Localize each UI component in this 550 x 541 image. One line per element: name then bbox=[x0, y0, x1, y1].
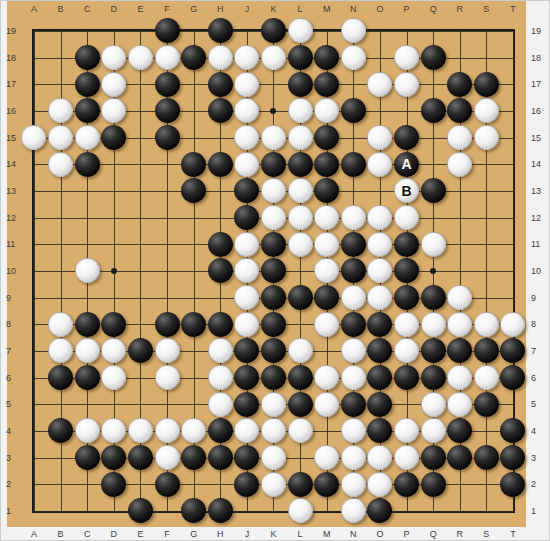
point-B15[interactable] bbox=[47, 124, 74, 151]
point-R2[interactable] bbox=[446, 471, 473, 498]
point-S14[interactable] bbox=[473, 151, 500, 178]
point-A1[interactable] bbox=[21, 497, 48, 524]
point-M12[interactable] bbox=[313, 204, 340, 231]
point-Q19[interactable] bbox=[420, 18, 447, 45]
point-S8[interactable] bbox=[473, 311, 500, 338]
point-R1[interactable] bbox=[446, 497, 473, 524]
point-Q8[interactable] bbox=[420, 311, 447, 338]
point-E4[interactable] bbox=[127, 417, 154, 444]
point-F7[interactable] bbox=[154, 338, 181, 365]
point-B16[interactable] bbox=[47, 98, 74, 125]
point-M1[interactable] bbox=[313, 497, 340, 524]
point-S13[interactable] bbox=[473, 178, 500, 205]
point-L18[interactable] bbox=[287, 44, 314, 71]
point-P3[interactable] bbox=[393, 444, 420, 471]
point-K11[interactable] bbox=[260, 231, 287, 258]
point-G8[interactable] bbox=[180, 311, 207, 338]
point-E9[interactable] bbox=[127, 284, 154, 311]
point-A6[interactable] bbox=[21, 364, 48, 391]
point-F18[interactable] bbox=[154, 44, 181, 71]
point-B5[interactable] bbox=[47, 391, 74, 418]
point-Q17[interactable] bbox=[420, 71, 447, 98]
point-O8[interactable] bbox=[367, 311, 394, 338]
point-K7[interactable] bbox=[260, 338, 287, 365]
point-C9[interactable] bbox=[74, 284, 101, 311]
point-M17[interactable] bbox=[313, 71, 340, 98]
point-O14[interactable] bbox=[367, 151, 394, 178]
point-F1[interactable] bbox=[154, 497, 181, 524]
point-D14[interactable] bbox=[101, 151, 128, 178]
point-T8[interactable] bbox=[500, 311, 527, 338]
point-E19[interactable] bbox=[127, 18, 154, 45]
point-L15[interactable] bbox=[287, 124, 314, 151]
point-L19[interactable] bbox=[287, 18, 314, 45]
point-D8[interactable] bbox=[101, 311, 128, 338]
point-Q12[interactable] bbox=[420, 204, 447, 231]
point-H11[interactable] bbox=[207, 231, 234, 258]
point-G16[interactable] bbox=[180, 98, 207, 125]
point-R19[interactable] bbox=[446, 18, 473, 45]
point-C14[interactable] bbox=[74, 151, 101, 178]
point-F5[interactable] bbox=[154, 391, 181, 418]
point-S1[interactable] bbox=[473, 497, 500, 524]
point-A8[interactable] bbox=[21, 311, 48, 338]
point-H17[interactable] bbox=[207, 71, 234, 98]
point-N17[interactable] bbox=[340, 71, 367, 98]
point-R13[interactable] bbox=[446, 178, 473, 205]
point-G10[interactable] bbox=[180, 258, 207, 285]
point-K9[interactable] bbox=[260, 284, 287, 311]
point-O11[interactable] bbox=[367, 231, 394, 258]
point-O18[interactable] bbox=[367, 44, 394, 71]
point-N7[interactable] bbox=[340, 338, 367, 365]
point-T13[interactable] bbox=[500, 178, 527, 205]
point-E13[interactable] bbox=[127, 178, 154, 205]
point-R18[interactable] bbox=[446, 44, 473, 71]
point-P14[interactable]: A bbox=[393, 151, 420, 178]
point-J3[interactable] bbox=[234, 444, 261, 471]
point-B14[interactable] bbox=[47, 151, 74, 178]
point-F4[interactable] bbox=[154, 417, 181, 444]
point-P10[interactable] bbox=[393, 258, 420, 285]
point-F2[interactable] bbox=[154, 471, 181, 498]
point-Q7[interactable] bbox=[420, 338, 447, 365]
point-C1[interactable] bbox=[74, 497, 101, 524]
point-L13[interactable] bbox=[287, 178, 314, 205]
point-S6[interactable] bbox=[473, 364, 500, 391]
point-T9[interactable] bbox=[500, 284, 527, 311]
point-M7[interactable] bbox=[313, 338, 340, 365]
point-M6[interactable] bbox=[313, 364, 340, 391]
point-R5[interactable] bbox=[446, 391, 473, 418]
point-T17[interactable] bbox=[500, 71, 527, 98]
point-P1[interactable] bbox=[393, 497, 420, 524]
point-A7[interactable] bbox=[21, 338, 48, 365]
point-C18[interactable] bbox=[74, 44, 101, 71]
point-O3[interactable] bbox=[367, 444, 394, 471]
point-J16[interactable] bbox=[234, 98, 261, 125]
point-M2[interactable] bbox=[313, 471, 340, 498]
point-D9[interactable] bbox=[101, 284, 128, 311]
point-E2[interactable] bbox=[127, 471, 154, 498]
point-D16[interactable] bbox=[101, 98, 128, 125]
point-M13[interactable] bbox=[313, 178, 340, 205]
point-M10[interactable] bbox=[313, 258, 340, 285]
point-F17[interactable] bbox=[154, 71, 181, 98]
point-O16[interactable] bbox=[367, 98, 394, 125]
point-O19[interactable] bbox=[367, 18, 394, 45]
point-Q3[interactable] bbox=[420, 444, 447, 471]
point-P5[interactable] bbox=[393, 391, 420, 418]
point-H6[interactable] bbox=[207, 364, 234, 391]
point-Q1[interactable] bbox=[420, 497, 447, 524]
point-L3[interactable] bbox=[287, 444, 314, 471]
point-C4[interactable] bbox=[74, 417, 101, 444]
point-G6[interactable] bbox=[180, 364, 207, 391]
point-J11[interactable] bbox=[234, 231, 261, 258]
point-S9[interactable] bbox=[473, 284, 500, 311]
point-D12[interactable] bbox=[101, 204, 128, 231]
point-L12[interactable] bbox=[287, 204, 314, 231]
point-R16[interactable] bbox=[446, 98, 473, 125]
point-E17[interactable] bbox=[127, 71, 154, 98]
point-B7[interactable] bbox=[47, 338, 74, 365]
point-H3[interactable] bbox=[207, 444, 234, 471]
point-G4[interactable] bbox=[180, 417, 207, 444]
point-R17[interactable] bbox=[446, 71, 473, 98]
point-F19[interactable] bbox=[154, 18, 181, 45]
point-T5[interactable] bbox=[500, 391, 527, 418]
point-J12[interactable] bbox=[234, 204, 261, 231]
point-E8[interactable] bbox=[127, 311, 154, 338]
point-B3[interactable] bbox=[47, 444, 74, 471]
point-K17[interactable] bbox=[260, 71, 287, 98]
point-B2[interactable] bbox=[47, 471, 74, 498]
point-C15[interactable] bbox=[74, 124, 101, 151]
point-R8[interactable] bbox=[446, 311, 473, 338]
point-K6[interactable] bbox=[260, 364, 287, 391]
point-T12[interactable] bbox=[500, 204, 527, 231]
point-H12[interactable] bbox=[207, 204, 234, 231]
point-Q6[interactable] bbox=[420, 364, 447, 391]
point-D15[interactable] bbox=[101, 124, 128, 151]
point-B12[interactable] bbox=[47, 204, 74, 231]
point-D7[interactable] bbox=[101, 338, 128, 365]
point-C17[interactable] bbox=[74, 71, 101, 98]
point-C19[interactable] bbox=[74, 18, 101, 45]
point-K2[interactable] bbox=[260, 471, 287, 498]
point-T7[interactable] bbox=[500, 338, 527, 365]
point-E5[interactable] bbox=[127, 391, 154, 418]
point-G15[interactable] bbox=[180, 124, 207, 151]
point-O10[interactable] bbox=[367, 258, 394, 285]
point-K13[interactable] bbox=[260, 178, 287, 205]
point-N6[interactable] bbox=[340, 364, 367, 391]
point-P17[interactable] bbox=[393, 71, 420, 98]
point-P16[interactable] bbox=[393, 98, 420, 125]
point-N8[interactable] bbox=[340, 311, 367, 338]
point-R3[interactable] bbox=[446, 444, 473, 471]
point-Q13[interactable] bbox=[420, 178, 447, 205]
point-J17[interactable] bbox=[234, 71, 261, 98]
point-T10[interactable] bbox=[500, 258, 527, 285]
point-G3[interactable] bbox=[180, 444, 207, 471]
point-J9[interactable] bbox=[234, 284, 261, 311]
point-M16[interactable] bbox=[313, 98, 340, 125]
point-R15[interactable] bbox=[446, 124, 473, 151]
point-E14[interactable] bbox=[127, 151, 154, 178]
point-E7[interactable] bbox=[127, 338, 154, 365]
point-C16[interactable] bbox=[74, 98, 101, 125]
point-A3[interactable] bbox=[21, 444, 48, 471]
point-N19[interactable] bbox=[340, 18, 367, 45]
point-P8[interactable] bbox=[393, 311, 420, 338]
point-G17[interactable] bbox=[180, 71, 207, 98]
point-G2[interactable] bbox=[180, 471, 207, 498]
point-G7[interactable] bbox=[180, 338, 207, 365]
point-L14[interactable] bbox=[287, 151, 314, 178]
point-T15[interactable] bbox=[500, 124, 527, 151]
point-T6[interactable] bbox=[500, 364, 527, 391]
point-J2[interactable] bbox=[234, 471, 261, 498]
point-J13[interactable] bbox=[234, 178, 261, 205]
point-H19[interactable] bbox=[207, 18, 234, 45]
point-K18[interactable] bbox=[260, 44, 287, 71]
point-P12[interactable] bbox=[393, 204, 420, 231]
point-L6[interactable] bbox=[287, 364, 314, 391]
point-F14[interactable] bbox=[154, 151, 181, 178]
point-M8[interactable] bbox=[313, 311, 340, 338]
point-T4[interactable] bbox=[500, 417, 527, 444]
point-K1[interactable] bbox=[260, 497, 287, 524]
point-A10[interactable] bbox=[21, 258, 48, 285]
point-R4[interactable] bbox=[446, 417, 473, 444]
point-K3[interactable] bbox=[260, 444, 287, 471]
point-T11[interactable] bbox=[500, 231, 527, 258]
point-E15[interactable] bbox=[127, 124, 154, 151]
point-N12[interactable] bbox=[340, 204, 367, 231]
point-Q14[interactable] bbox=[420, 151, 447, 178]
point-A12[interactable] bbox=[21, 204, 48, 231]
point-S15[interactable] bbox=[473, 124, 500, 151]
point-H1[interactable] bbox=[207, 497, 234, 524]
point-Q16[interactable] bbox=[420, 98, 447, 125]
point-R6[interactable] bbox=[446, 364, 473, 391]
point-H10[interactable] bbox=[207, 258, 234, 285]
point-A9[interactable] bbox=[21, 284, 48, 311]
point-F15[interactable] bbox=[154, 124, 181, 151]
point-G18[interactable] bbox=[180, 44, 207, 71]
point-C7[interactable] bbox=[74, 338, 101, 365]
point-S18[interactable] bbox=[473, 44, 500, 71]
point-D5[interactable] bbox=[101, 391, 128, 418]
point-S3[interactable] bbox=[473, 444, 500, 471]
point-H18[interactable] bbox=[207, 44, 234, 71]
point-C13[interactable] bbox=[74, 178, 101, 205]
point-K15[interactable] bbox=[260, 124, 287, 151]
point-N14[interactable] bbox=[340, 151, 367, 178]
point-N4[interactable] bbox=[340, 417, 367, 444]
point-O12[interactable] bbox=[367, 204, 394, 231]
point-G9[interactable] bbox=[180, 284, 207, 311]
point-C2[interactable] bbox=[74, 471, 101, 498]
point-F9[interactable] bbox=[154, 284, 181, 311]
point-Q9[interactable] bbox=[420, 284, 447, 311]
point-D6[interactable] bbox=[101, 364, 128, 391]
point-M15[interactable] bbox=[313, 124, 340, 151]
point-S11[interactable] bbox=[473, 231, 500, 258]
point-N2[interactable] bbox=[340, 471, 367, 498]
point-E3[interactable] bbox=[127, 444, 154, 471]
point-B8[interactable] bbox=[47, 311, 74, 338]
point-O1[interactable] bbox=[367, 497, 394, 524]
point-J1[interactable] bbox=[234, 497, 261, 524]
point-Q4[interactable] bbox=[420, 417, 447, 444]
point-A17[interactable] bbox=[21, 71, 48, 98]
point-L16[interactable] bbox=[287, 98, 314, 125]
point-G13[interactable] bbox=[180, 178, 207, 205]
point-J4[interactable] bbox=[234, 417, 261, 444]
point-J15[interactable] bbox=[234, 124, 261, 151]
point-O15[interactable] bbox=[367, 124, 394, 151]
point-E1[interactable] bbox=[127, 497, 154, 524]
point-T18[interactable] bbox=[500, 44, 527, 71]
point-J18[interactable] bbox=[234, 44, 261, 71]
point-D17[interactable] bbox=[101, 71, 128, 98]
point-F10[interactable] bbox=[154, 258, 181, 285]
point-L10[interactable] bbox=[287, 258, 314, 285]
point-A11[interactable] bbox=[21, 231, 48, 258]
point-N1[interactable] bbox=[340, 497, 367, 524]
point-K8[interactable] bbox=[260, 311, 287, 338]
point-A13[interactable] bbox=[21, 178, 48, 205]
point-M11[interactable] bbox=[313, 231, 340, 258]
point-F6[interactable] bbox=[154, 364, 181, 391]
point-O13[interactable] bbox=[367, 178, 394, 205]
point-L11[interactable] bbox=[287, 231, 314, 258]
point-K5[interactable] bbox=[260, 391, 287, 418]
point-N16[interactable] bbox=[340, 98, 367, 125]
point-P2[interactable] bbox=[393, 471, 420, 498]
point-O5[interactable] bbox=[367, 391, 394, 418]
point-R12[interactable] bbox=[446, 204, 473, 231]
point-H13[interactable] bbox=[207, 178, 234, 205]
point-A18[interactable] bbox=[21, 44, 48, 71]
point-R9[interactable] bbox=[446, 284, 473, 311]
point-H16[interactable] bbox=[207, 98, 234, 125]
point-H8[interactable] bbox=[207, 311, 234, 338]
point-E6[interactable] bbox=[127, 364, 154, 391]
point-B19[interactable] bbox=[47, 18, 74, 45]
point-M14[interactable] bbox=[313, 151, 340, 178]
point-D10[interactable] bbox=[101, 258, 128, 285]
point-T19[interactable] bbox=[500, 18, 527, 45]
point-C8[interactable] bbox=[74, 311, 101, 338]
point-M19[interactable] bbox=[313, 18, 340, 45]
point-S12[interactable] bbox=[473, 204, 500, 231]
point-L17[interactable] bbox=[287, 71, 314, 98]
point-G12[interactable] bbox=[180, 204, 207, 231]
point-S5[interactable] bbox=[473, 391, 500, 418]
point-F3[interactable] bbox=[154, 444, 181, 471]
point-K10[interactable] bbox=[260, 258, 287, 285]
point-D1[interactable] bbox=[101, 497, 128, 524]
point-A19[interactable] bbox=[21, 18, 48, 45]
point-M4[interactable] bbox=[313, 417, 340, 444]
point-J8[interactable] bbox=[234, 311, 261, 338]
point-B1[interactable] bbox=[47, 497, 74, 524]
point-P13[interactable]: B bbox=[393, 178, 420, 205]
point-H5[interactable] bbox=[207, 391, 234, 418]
point-L5[interactable] bbox=[287, 391, 314, 418]
point-S2[interactable] bbox=[473, 471, 500, 498]
point-P11[interactable] bbox=[393, 231, 420, 258]
point-O17[interactable] bbox=[367, 71, 394, 98]
point-E12[interactable] bbox=[127, 204, 154, 231]
point-C6[interactable] bbox=[74, 364, 101, 391]
point-P18[interactable] bbox=[393, 44, 420, 71]
point-E10[interactable] bbox=[127, 258, 154, 285]
point-D19[interactable] bbox=[101, 18, 128, 45]
point-P4[interactable] bbox=[393, 417, 420, 444]
point-M18[interactable] bbox=[313, 44, 340, 71]
point-O6[interactable] bbox=[367, 364, 394, 391]
point-P15[interactable] bbox=[393, 124, 420, 151]
point-N18[interactable] bbox=[340, 44, 367, 71]
point-S17[interactable] bbox=[473, 71, 500, 98]
point-K4[interactable] bbox=[260, 417, 287, 444]
point-H4[interactable] bbox=[207, 417, 234, 444]
point-L9[interactable] bbox=[287, 284, 314, 311]
point-M5[interactable] bbox=[313, 391, 340, 418]
point-B9[interactable] bbox=[47, 284, 74, 311]
point-R14[interactable] bbox=[446, 151, 473, 178]
point-O7[interactable] bbox=[367, 338, 394, 365]
point-C10[interactable] bbox=[74, 258, 101, 285]
point-P9[interactable] bbox=[393, 284, 420, 311]
point-B17[interactable] bbox=[47, 71, 74, 98]
point-R11[interactable] bbox=[446, 231, 473, 258]
point-T1[interactable] bbox=[500, 497, 527, 524]
point-G1[interactable] bbox=[180, 497, 207, 524]
point-S10[interactable] bbox=[473, 258, 500, 285]
point-J19[interactable] bbox=[234, 18, 261, 45]
point-O9[interactable] bbox=[367, 284, 394, 311]
point-R7[interactable] bbox=[446, 338, 473, 365]
point-K14[interactable] bbox=[260, 151, 287, 178]
point-P19[interactable] bbox=[393, 18, 420, 45]
point-Q18[interactable] bbox=[420, 44, 447, 71]
point-N5[interactable] bbox=[340, 391, 367, 418]
point-C12[interactable] bbox=[74, 204, 101, 231]
point-J6[interactable] bbox=[234, 364, 261, 391]
point-T16[interactable] bbox=[500, 98, 527, 125]
point-Q10[interactable] bbox=[420, 258, 447, 285]
point-H15[interactable] bbox=[207, 124, 234, 151]
point-Q5[interactable] bbox=[420, 391, 447, 418]
point-E11[interactable] bbox=[127, 231, 154, 258]
point-N11[interactable] bbox=[340, 231, 367, 258]
point-B10[interactable] bbox=[47, 258, 74, 285]
point-L8[interactable] bbox=[287, 311, 314, 338]
point-G5[interactable] bbox=[180, 391, 207, 418]
point-K19[interactable] bbox=[260, 18, 287, 45]
point-H9[interactable] bbox=[207, 284, 234, 311]
point-A4[interactable] bbox=[21, 417, 48, 444]
point-C3[interactable] bbox=[74, 444, 101, 471]
point-D13[interactable] bbox=[101, 178, 128, 205]
point-D3[interactable] bbox=[101, 444, 128, 471]
